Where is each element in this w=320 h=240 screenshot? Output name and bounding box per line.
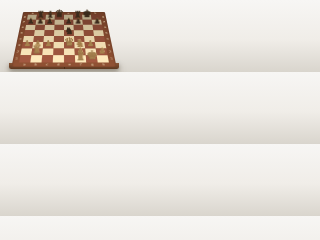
square-g5 <box>83 30 94 36</box>
piece-black-pawn: ♟ <box>36 17 45 24</box>
square-c6 <box>45 25 55 30</box>
piece-white-pawn: ♟ <box>97 46 108 54</box>
piece-black-pawn: ♟ <box>64 17 73 24</box>
square-b1 <box>30 55 42 62</box>
piece-black-pawn: ♟ <box>73 17 82 24</box>
piece-black-king: ♚ <box>82 9 91 19</box>
chess-board: abcdefgh 87654321 87654321 abcdefgh ♜♝♛♜… <box>11 12 116 67</box>
square-h5 <box>93 30 104 36</box>
square-e7: ♟ <box>64 20 73 25</box>
square-f7: ♟ <box>73 20 83 25</box>
piece-white-pawn: ♟ <box>85 40 96 48</box>
file-labels-front: abcdefgh <box>18 63 109 67</box>
piece-white-queen: ♛ <box>64 36 75 48</box>
piece-black-pawn: ♟ <box>26 17 35 24</box>
file-label-d: d <box>53 63 64 66</box>
square-c7: ♟ <box>45 20 55 25</box>
file-label-c: c <box>41 63 53 66</box>
square-a6 <box>25 25 35 30</box>
square-d5 <box>54 30 64 36</box>
piece-black-knight: ♞ <box>64 26 74 35</box>
piece-black-queen: ♛ <box>55 9 64 19</box>
rank-label-6: 6 <box>102 25 108 30</box>
square-f1: ♜ <box>75 55 87 62</box>
square-c2 <box>42 48 53 55</box>
square-c3: ♟ <box>43 42 54 48</box>
file-label-f: f <box>75 63 87 66</box>
square-c5 <box>44 30 54 36</box>
file-label-h: h <box>98 63 110 66</box>
file-label-g: g <box>87 63 99 66</box>
square-a5 <box>24 30 35 36</box>
square-e3: ♛ <box>64 42 75 48</box>
square-f6 <box>73 25 83 30</box>
square-g1: ♚ <box>86 55 98 62</box>
square-d8: ♛ <box>55 15 64 20</box>
board-squares: ♜♝♛♜♚♟♟♟♟♟♟♞♟♟♟♛♞♟♜♟♟♜♚ <box>19 15 109 63</box>
square-h1 <box>97 55 109 62</box>
square-d3 <box>53 42 64 48</box>
square-h6 <box>92 25 102 30</box>
square-c1 <box>42 55 54 62</box>
square-h7: ♟ <box>92 20 102 25</box>
piece-white-king: ♚ <box>86 49 97 61</box>
file-label-a: a <box>18 63 30 66</box>
square-e1 <box>64 55 75 62</box>
file-label-e: e <box>64 63 75 66</box>
board-frame: abcdefgh 87654321 87654321 abcdefgh ♜♝♛♜… <box>11 12 116 67</box>
square-b2: ♜ <box>31 48 43 55</box>
square-g8: ♚ <box>82 15 92 20</box>
rank-label-2: 2 <box>107 48 114 55</box>
piece-white-rook: ♜ <box>75 51 86 62</box>
square-b5 <box>34 30 45 36</box>
square-f5 <box>74 30 84 36</box>
square-b6 <box>35 25 45 30</box>
chess-set-photo: abcdefgh 87654321 87654321 abcdefgh ♜♝♛♜… <box>0 0 128 72</box>
square-b7: ♟ <box>36 20 46 25</box>
square-d6 <box>54 25 64 30</box>
piece-white-pawn: ♟ <box>43 40 54 48</box>
file-label-b: b <box>30 63 42 66</box>
piece-black-pawn: ♟ <box>45 17 54 24</box>
piece-white-rook: ♜ <box>31 44 42 54</box>
square-d2 <box>53 48 64 55</box>
square-d1 <box>53 55 64 62</box>
square-e2 <box>64 48 75 55</box>
rank-label-1: 1 <box>108 55 115 62</box>
piece-black-pawn: ♟ <box>92 17 101 24</box>
